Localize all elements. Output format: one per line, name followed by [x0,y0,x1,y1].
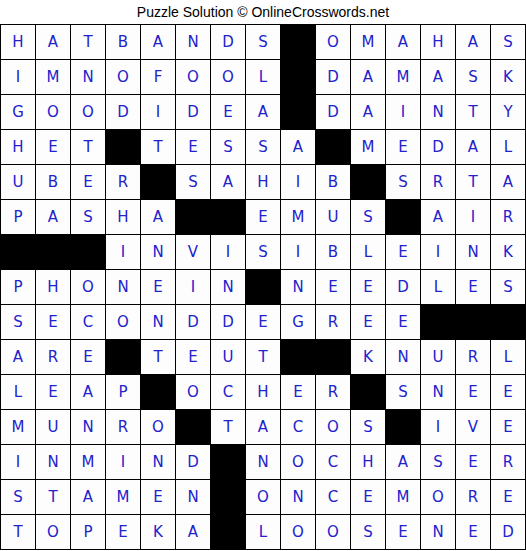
letter-cell: S [491,25,526,60]
letter-cell: A [386,25,421,60]
letter-cell: I [176,270,211,305]
letter-cell: S [71,200,106,235]
letter-cell: E [386,130,421,165]
letter-cell: R [456,340,491,375]
letter-cell: M [351,130,386,165]
letter-cell: A [491,165,526,200]
letter-cell: E [176,340,211,375]
letter-cell: A [351,60,386,95]
letter-cell: H [1,25,36,60]
letter-cell: O [281,445,316,480]
block-cell [316,130,351,165]
letter-cell: K [491,235,526,270]
letter-cell: E [351,480,386,515]
letter-cell: R [491,445,526,480]
letter-cell: O [141,410,176,445]
letter-cell: O [316,410,351,445]
letter-cell: S [351,515,386,550]
letter-cell: U [36,410,71,445]
letter-cell: O [281,515,316,550]
letter-cell: M [351,25,386,60]
letter-cell: C [71,305,106,340]
letter-cell: D [491,515,526,550]
block-cell [421,305,456,340]
letter-cell: O [36,515,71,550]
letter-cell: D [176,305,211,340]
letter-cell: V [176,235,211,270]
letter-cell: C [281,410,316,445]
letter-cell: I [1,445,36,480]
letter-cell: R [316,305,351,340]
letter-cell: P [1,200,36,235]
letter-cell: O [316,25,351,60]
letter-cell: N [141,305,176,340]
letter-cell: C [316,480,351,515]
letter-cell: H [421,25,456,60]
letter-cell: O [106,60,141,95]
letter-cell: S [491,270,526,305]
letter-cell: S [386,375,421,410]
letter-cell: S [176,165,211,200]
letter-cell: D [106,95,141,130]
letter-cell: O [316,515,351,550]
letter-cell: M [1,410,36,445]
letter-cell: L [491,340,526,375]
letter-cell: D [421,130,456,165]
letter-cell: D [316,95,351,130]
letter-cell: I [106,445,141,480]
letter-cell: K [141,515,176,550]
letter-cell: T [71,25,106,60]
letter-cell: I [456,200,491,235]
letter-cell: L [491,130,526,165]
letter-cell: R [491,200,526,235]
letter-cell: L [421,270,456,305]
letter-cell: O [176,60,211,95]
letter-cell: A [386,445,421,480]
letter-cell: N [421,515,456,550]
letter-cell: I [211,235,246,270]
letter-cell: E [106,515,141,550]
letter-cell: A [176,515,211,550]
letter-cell: A [351,95,386,130]
letter-cell: E [246,200,281,235]
letter-cell: E [316,270,351,305]
letter-cell: A [36,200,71,235]
letter-cell: U [421,340,456,375]
letter-cell: A [211,165,246,200]
letter-cell: T [456,165,491,200]
letter-cell: H [106,200,141,235]
block-cell [316,340,351,375]
letter-cell: A [36,25,71,60]
letter-cell: M [36,60,71,95]
letter-cell: A [71,480,106,515]
letter-cell: O [106,305,141,340]
block-cell [141,375,176,410]
letter-cell: K [351,340,386,375]
letter-cell: P [1,270,36,305]
letter-cell: M [281,200,316,235]
letter-cell: O [176,375,211,410]
letter-cell: T [1,515,36,550]
letter-cell: L [1,375,36,410]
letter-cell: O [71,95,106,130]
letter-cell: M [386,480,421,515]
letter-cell: E [491,480,526,515]
letter-cell: S [1,305,36,340]
letter-cell: L [246,60,281,95]
letter-cell: E [36,375,71,410]
letter-cell: N [71,60,106,95]
letter-cell: N [176,480,211,515]
letter-cell: I [106,235,141,270]
letter-cell: D [176,95,211,130]
letter-cell: O [211,60,246,95]
letter-cell: A [456,130,491,165]
letter-cell: N [36,445,71,480]
block-cell [351,375,386,410]
letter-cell: S [246,25,281,60]
letter-cell: O [246,480,281,515]
letter-cell: M [71,445,106,480]
block-cell [106,130,141,165]
letter-cell: R [106,165,141,200]
letter-cell: T [141,340,176,375]
letter-cell: B [316,235,351,270]
letter-cell: G [281,305,316,340]
letter-cell: T [211,410,246,445]
block-cell [211,445,246,480]
block-cell [1,235,36,270]
block-cell [281,60,316,95]
block-cell [456,305,491,340]
letter-cell: I [141,95,176,130]
letter-cell: M [386,60,421,95]
letter-cell: N [211,270,246,305]
letter-cell: D [386,270,421,305]
letter-cell: U [211,340,246,375]
letter-cell: N [456,235,491,270]
letter-cell: E [246,305,281,340]
letter-cell: I [386,95,421,130]
letter-cell: E [456,270,491,305]
letter-cell: U [316,200,351,235]
block-cell [281,25,316,60]
crossword-grid: HATBANDSOMAHASIMNOFOOLDAMASKGOODIDEADAIN… [0,24,526,550]
letter-cell: N [141,235,176,270]
letter-cell: R [106,410,141,445]
letter-cell: R [421,165,456,200]
block-cell [351,165,386,200]
letter-cell: T [71,130,106,165]
block-cell [211,515,246,550]
letter-cell: D [211,305,246,340]
letter-cell: N [106,270,141,305]
letter-cell: B [106,25,141,60]
letter-cell: H [1,130,36,165]
letter-cell: O [36,95,71,130]
block-cell [246,270,281,305]
page-title: Puzzle Solution © OnlineCrosswords.net [0,0,526,24]
block-cell [36,235,71,270]
letter-cell: S [421,445,456,480]
letter-cell: N [421,375,456,410]
block-cell [386,200,421,235]
block-cell [386,410,421,445]
letter-cell: E [176,130,211,165]
letter-cell: E [491,375,526,410]
letter-cell: S [211,130,246,165]
letter-cell: O [421,480,456,515]
letter-cell: H [246,375,281,410]
letter-cell: B [316,165,351,200]
letter-cell: A [421,200,456,235]
block-cell [211,200,246,235]
letter-cell: N [176,25,211,60]
letter-cell: C [316,445,351,480]
letter-cell: E [386,515,421,550]
letter-cell: A [1,340,36,375]
letter-cell: N [246,445,281,480]
letter-cell: D [176,445,211,480]
letter-cell: D [211,25,246,60]
letter-cell: B [36,165,71,200]
letter-cell: K [491,60,526,95]
puzzle-solution-page: Puzzle Solution © OnlineCrosswords.net H… [0,0,526,551]
letter-cell: R [36,340,71,375]
letter-cell: O [71,270,106,305]
letter-cell: E [281,375,316,410]
letter-cell: N [71,410,106,445]
block-cell [176,410,211,445]
letter-cell: E [386,235,421,270]
letter-cell: I [281,165,316,200]
letter-cell: E [456,375,491,410]
letter-cell: N [141,445,176,480]
letter-cell: A [141,25,176,60]
letter-cell: L [351,235,386,270]
letter-cell: T [141,130,176,165]
letter-cell: A [246,410,281,445]
letter-cell: N [421,95,456,130]
letter-cell: I [1,60,36,95]
letter-cell: E [141,480,176,515]
letter-cell: N [281,270,316,305]
letter-cell: R [456,480,491,515]
letter-cell: H [246,165,281,200]
letter-cell: E [141,270,176,305]
letter-cell: S [456,60,491,95]
letter-cell: M [106,480,141,515]
letter-cell: I [421,235,456,270]
letter-cell: I [421,410,456,445]
block-cell [491,305,526,340]
block-cell [211,480,246,515]
block-cell [281,95,316,130]
letter-cell: S [246,235,281,270]
letter-cell: D [316,60,351,95]
letter-cell: E [71,340,106,375]
letter-cell: A [456,25,491,60]
letter-cell: I [281,235,316,270]
block-cell [106,340,141,375]
block-cell [176,200,211,235]
letter-cell: T [456,95,491,130]
letter-cell: A [71,375,106,410]
letter-cell: S [351,410,386,445]
letter-cell: F [141,60,176,95]
letter-cell: L [246,515,281,550]
block-cell [71,235,106,270]
letter-cell: S [246,130,281,165]
letter-cell: E [36,130,71,165]
letter-cell: S [351,200,386,235]
letter-cell: A [246,95,281,130]
letter-cell: H [351,445,386,480]
letter-cell: A [281,130,316,165]
letter-cell: E [491,410,526,445]
letter-cell: N [281,480,316,515]
letter-cell: E [71,165,106,200]
letter-cell: T [36,480,71,515]
letter-cell: P [71,515,106,550]
letter-cell: V [456,410,491,445]
letter-cell: Y [491,95,526,130]
letter-cell: S [386,165,421,200]
letter-cell: E [386,305,421,340]
letter-cell: E [36,305,71,340]
letter-cell: H [36,270,71,305]
block-cell [281,340,316,375]
letter-cell: N [386,340,421,375]
letter-cell: C [211,375,246,410]
letter-cell: E [211,95,246,130]
letter-cell: G [1,95,36,130]
letter-cell: P [106,375,141,410]
letter-cell: S [1,480,36,515]
letter-cell: A [421,60,456,95]
letter-cell: U [1,165,36,200]
letter-cell: E [456,445,491,480]
letter-cell: E [456,515,491,550]
letter-cell: A [141,200,176,235]
block-cell [141,165,176,200]
letter-cell: T [246,340,281,375]
letter-cell: E [351,305,386,340]
letter-cell: R [316,375,351,410]
letter-cell: E [351,270,386,305]
